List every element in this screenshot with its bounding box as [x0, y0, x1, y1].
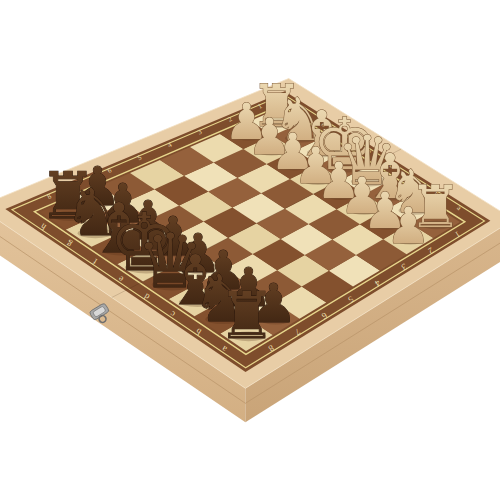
chess-board-scene: aabbccddeeffgghh8877665544332211♜♟♞♟♝♟♚♟…	[0, 0, 500, 500]
piece-black-rook-a8: ♜	[218, 278, 276, 353]
piece-white-pawn-a2: ♟	[386, 197, 431, 255]
chess-set-photo: aabbccddeeffgghh8877665544332211♜♟♞♟♝♟♚♟…	[0, 0, 500, 500]
